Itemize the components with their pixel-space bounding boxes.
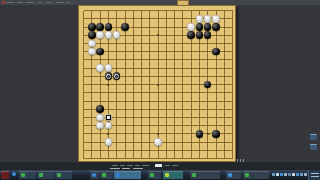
stone-P17[interactable]	[196, 23, 204, 31]
side-panel-icon[interactable]	[310, 144, 317, 150]
square-marker-D6	[106, 115, 110, 119]
stone-Q16[interactable]	[204, 31, 212, 39]
grid-line-h	[84, 92, 233, 93]
statusbar-text-dash	[165, 165, 170, 167]
titlebar-text-speck	[26, 2, 35, 4]
stone-C5[interactable]	[96, 122, 104, 130]
tray-icon[interactable]	[300, 173, 303, 176]
quick-launch-icon[interactable]	[12, 172, 16, 176]
app-window-icon	[102, 173, 106, 177]
stone-B16[interactable]	[88, 31, 96, 39]
tray-icon[interactable]	[284, 173, 287, 176]
stone-B14[interactable]	[88, 48, 96, 56]
titlebar-text-speck	[38, 2, 43, 4]
taskbar-button[interactable]	[37, 171, 54, 179]
titlebar-text-speck	[6, 2, 14, 4]
grid-line-h	[84, 101, 233, 102]
statusbar-text-dash	[127, 165, 133, 167]
stone-C12[interactable]	[96, 64, 104, 72]
desktop	[0, 0, 320, 180]
status-bar	[0, 162, 320, 170]
titlebar-text-speck	[56, 2, 64, 4]
stone-D5[interactable]	[105, 122, 113, 130]
taskbar-button[interactable]	[90, 171, 99, 179]
tray-icon[interactable]	[276, 173, 279, 176]
tray-icon[interactable]	[304, 173, 307, 176]
stone-P18[interactable]	[196, 15, 204, 23]
app-window-icon	[116, 173, 120, 177]
grid-line-v	[166, 11, 167, 159]
statusbar-text-dash	[122, 168, 130, 170]
stone-F17[interactable]	[121, 23, 129, 31]
app-window-icon	[57, 173, 61, 177]
statusbar-text-dash	[120, 165, 125, 167]
app-window-icon	[21, 173, 25, 177]
statusbar-text-dash	[110, 168, 120, 170]
circle-marker-E11	[114, 74, 119, 79]
app-window-icon	[39, 173, 43, 177]
tray-icon[interactable]	[296, 173, 299, 176]
stone-O16[interactable]	[187, 31, 195, 39]
star-point	[157, 133, 159, 135]
stone-D12[interactable]	[105, 64, 113, 72]
stone-D3[interactable]	[105, 138, 113, 146]
taskbar-clock[interactable]	[308, 170, 320, 180]
titlebar-text-speck	[66, 2, 71, 4]
stone-C14[interactable]	[96, 48, 104, 56]
app-icon	[2, 1, 5, 4]
stone-C16[interactable]	[96, 31, 104, 39]
stone-B15[interactable]	[88, 40, 96, 48]
side-panel-icon[interactable]	[310, 134, 317, 140]
start-button[interactable]	[1, 171, 9, 179]
star-point	[157, 84, 159, 86]
stone-Q10[interactable]	[204, 81, 212, 89]
stone-R4[interactable]	[212, 130, 220, 138]
stone-C6[interactable]	[96, 114, 104, 122]
taskbar-button[interactable]	[19, 171, 36, 179]
resize-grip-icon	[237, 159, 246, 162]
grid-line-v	[174, 11, 175, 159]
app-window-icon	[165, 173, 169, 177]
app-window-icon	[92, 173, 96, 177]
statusbar-text-dash	[172, 165, 178, 167]
stone-C17[interactable]	[96, 23, 104, 31]
titlebar-text-speck	[17, 2, 23, 4]
star-point	[207, 133, 209, 135]
app-window-icon	[245, 173, 249, 177]
tray-icon[interactable]	[280, 173, 283, 176]
taskbar-button[interactable]	[148, 171, 161, 179]
statusbar-text-dash	[135, 165, 140, 167]
stone-R14[interactable]	[212, 48, 220, 56]
taskbar-button[interactable]	[190, 171, 220, 179]
grid-line-h	[84, 158, 233, 159]
stone-P4[interactable]	[196, 130, 204, 138]
tray-icon[interactable]	[292, 173, 295, 176]
statusbar-text-dash	[142, 165, 149, 167]
go-board[interactable]	[78, 5, 236, 162]
app-window-icon	[228, 173, 232, 177]
taskbar-button[interactable]	[163, 171, 183, 179]
stone-K3[interactable]	[154, 138, 162, 146]
stone-D17[interactable]	[105, 23, 113, 31]
stone-P16[interactable]	[196, 31, 204, 39]
app-window-icon	[150, 173, 154, 177]
tray-icon[interactable]	[288, 173, 291, 176]
stone-O17[interactable]	[187, 23, 195, 31]
stone-Q18[interactable]	[204, 15, 212, 23]
current-move-chip	[155, 164, 162, 168]
stone-E16[interactable]	[113, 31, 121, 39]
taskbar-button-active[interactable]	[114, 171, 141, 179]
statusbar-text-dash	[112, 165, 118, 167]
grid-line-v	[182, 11, 183, 159]
taskbar	[0, 170, 320, 180]
stone-R18[interactable]	[212, 15, 220, 23]
taskbar-button[interactable]	[226, 171, 241, 179]
stone-R17[interactable]	[212, 23, 220, 31]
grid-line-v	[224, 11, 225, 159]
circle-marker-D11	[106, 74, 111, 79]
app-window-icon	[192, 173, 196, 177]
taskbar-button[interactable]	[55, 171, 72, 179]
grid-line-v	[232, 11, 233, 159]
stone-C7[interactable]	[96, 105, 104, 113]
stone-Q17[interactable]	[204, 23, 212, 31]
grid-line-h	[84, 150, 233, 151]
star-point	[157, 34, 159, 36]
taskbar-button[interactable]	[243, 171, 269, 179]
tray-icon[interactable]	[272, 173, 275, 176]
titlebar-text-speck	[46, 2, 53, 4]
statusbar-text-dash	[133, 168, 143, 170]
stone-B17[interactable]	[88, 23, 96, 31]
taskbar-button[interactable]	[100, 171, 113, 179]
stone-D16[interactable]	[105, 31, 113, 39]
grid-line-h	[84, 109, 233, 110]
